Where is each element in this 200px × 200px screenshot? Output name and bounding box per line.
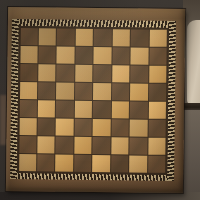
- square-f4[interactable]: [111, 101, 129, 118]
- shelf-line: [183, 103, 200, 110]
- square-b4[interactable]: [38, 100, 56, 117]
- square-g1[interactable]: [129, 155, 147, 172]
- square-e1[interactable]: [92, 155, 110, 172]
- square-d1[interactable]: [74, 155, 92, 172]
- square-g7[interactable]: [131, 47, 149, 64]
- square-a7[interactable]: [20, 46, 38, 63]
- square-e7[interactable]: [94, 47, 112, 64]
- square-e8[interactable]: [94, 29, 112, 46]
- square-h4[interactable]: [148, 102, 166, 119]
- square-a8[interactable]: [20, 28, 38, 45]
- square-g2[interactable]: [129, 137, 147, 154]
- plaster-object: [187, 20, 200, 105]
- square-e2[interactable]: [93, 137, 111, 154]
- square-e6[interactable]: [93, 65, 111, 82]
- square-f6[interactable]: [112, 65, 130, 82]
- square-b1[interactable]: [37, 154, 55, 171]
- square-h8[interactable]: [149, 30, 167, 47]
- square-a4[interactable]: [19, 100, 37, 117]
- square-c3[interactable]: [56, 119, 74, 136]
- square-b2[interactable]: [37, 136, 55, 153]
- square-b6[interactable]: [38, 64, 56, 81]
- square-h3[interactable]: [148, 120, 166, 137]
- square-f3[interactable]: [111, 119, 129, 136]
- square-g8[interactable]: [131, 29, 149, 46]
- square-d6[interactable]: [75, 65, 93, 82]
- square-g5[interactable]: [130, 83, 148, 100]
- square-c2[interactable]: [56, 137, 74, 154]
- photo-background: [0, 0, 200, 200]
- square-b7[interactable]: [38, 46, 56, 63]
- square-c6[interactable]: [57, 65, 75, 82]
- square-d7[interactable]: [75, 47, 93, 64]
- square-a5[interactable]: [20, 82, 38, 99]
- square-a6[interactable]: [20, 64, 38, 81]
- square-d5[interactable]: [75, 83, 93, 100]
- square-c4[interactable]: [56, 101, 74, 118]
- chessboard: [6, 7, 185, 193]
- square-g3[interactable]: [130, 119, 148, 136]
- board-grid: [17, 26, 169, 175]
- square-d3[interactable]: [74, 119, 92, 136]
- square-d4[interactable]: [75, 101, 93, 118]
- square-b8[interactable]: [39, 28, 57, 45]
- square-e4[interactable]: [93, 101, 111, 118]
- square-h2[interactable]: [148, 138, 166, 155]
- square-c5[interactable]: [56, 83, 74, 100]
- square-h1[interactable]: [148, 156, 166, 173]
- square-e3[interactable]: [93, 119, 111, 136]
- square-f5[interactable]: [112, 83, 130, 100]
- square-c7[interactable]: [57, 47, 75, 64]
- square-a3[interactable]: [19, 118, 37, 135]
- square-f8[interactable]: [112, 29, 130, 46]
- square-f7[interactable]: [112, 47, 130, 64]
- square-c8[interactable]: [57, 29, 75, 46]
- square-h6[interactable]: [149, 66, 167, 83]
- square-c1[interactable]: [55, 155, 73, 172]
- square-f1[interactable]: [111, 155, 129, 172]
- square-b3[interactable]: [38, 118, 56, 135]
- bottom-background: [0, 192, 200, 200]
- square-g4[interactable]: [130, 101, 148, 118]
- square-a1[interactable]: [19, 154, 37, 171]
- square-b5[interactable]: [38, 82, 56, 99]
- square-h5[interactable]: [149, 84, 167, 101]
- square-f2[interactable]: [111, 137, 129, 154]
- square-d8[interactable]: [75, 29, 93, 46]
- square-h7[interactable]: [149, 48, 167, 65]
- square-e5[interactable]: [93, 83, 111, 100]
- square-g6[interactable]: [130, 65, 148, 82]
- square-d2[interactable]: [74, 137, 92, 154]
- square-a2[interactable]: [19, 136, 37, 153]
